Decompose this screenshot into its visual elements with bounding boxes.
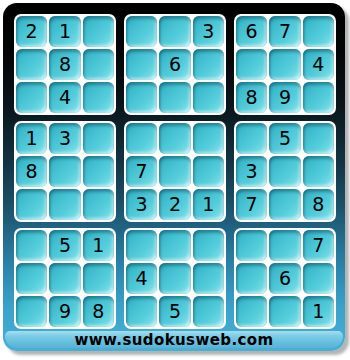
sudoku-cell[interactable] [126, 123, 157, 154]
sudoku-cell[interactable] [193, 82, 224, 113]
cell-digit: 1 [92, 236, 104, 255]
sudoku-cell[interactable]: 5 [159, 296, 190, 327]
sudoku-cell[interactable]: 1 [193, 189, 224, 220]
sudoku-cell[interactable] [303, 156, 334, 187]
sudoku-cell[interactable]: 8 [16, 156, 47, 187]
cell-digit: 5 [59, 236, 71, 255]
cell-digit: 7 [136, 162, 148, 181]
sudoku-cell[interactable] [236, 49, 267, 80]
cell-digit: 3 [59, 129, 71, 148]
sudoku-cell[interactable] [126, 16, 157, 47]
sudoku-cell[interactable] [193, 230, 224, 261]
cell-digit: 8 [59, 55, 71, 74]
cell-digit: 4 [59, 88, 71, 107]
sudoku-cell[interactable]: 4 [126, 263, 157, 294]
sudoku-cell[interactable] [193, 296, 224, 327]
sudoku-cell[interactable] [269, 156, 300, 187]
sudoku-cell[interactable] [303, 123, 334, 154]
sudoku-box: 2184 [14, 14, 116, 115]
sudoku-cell[interactable]: 7 [126, 156, 157, 187]
sudoku-cell[interactable] [269, 49, 300, 80]
sudoku-box: 7321 [124, 121, 226, 222]
sudoku-cell[interactable]: 2 [16, 16, 47, 47]
sudoku-cell[interactable]: 3 [236, 156, 267, 187]
sudoku-box: 67489 [234, 14, 336, 115]
sudoku-cell[interactable] [236, 296, 267, 327]
cell-digit: 8 [92, 302, 104, 321]
sudoku-cell[interactable] [193, 263, 224, 294]
sudoku-cell[interactable] [126, 296, 157, 327]
sudoku-cell[interactable]: 9 [269, 82, 300, 113]
sudoku-cell[interactable] [16, 49, 47, 80]
sudoku-cell[interactable]: 8 [83, 296, 114, 327]
sudoku-cell[interactable] [49, 263, 80, 294]
sudoku-cell[interactable]: 1 [83, 230, 114, 261]
sudoku-cell[interactable]: 1 [49, 16, 80, 47]
sudoku-cell[interactable]: 1 [303, 296, 334, 327]
sudoku-cell[interactable]: 6 [269, 263, 300, 294]
sudoku-cell[interactable] [303, 263, 334, 294]
sudoku-cell[interactable] [236, 230, 267, 261]
sudoku-cell[interactable] [159, 230, 190, 261]
sudoku-box: 761 [234, 228, 336, 329]
sudoku-cell[interactable] [83, 189, 114, 220]
sudoku-cell[interactable] [49, 189, 80, 220]
sudoku-cell[interactable]: 7 [269, 16, 300, 47]
sudoku-cell[interactable]: 6 [159, 49, 190, 80]
sudoku-cell[interactable] [16, 263, 47, 294]
sudoku-cell[interactable]: 3 [193, 16, 224, 47]
sudoku-cell[interactable] [83, 156, 114, 187]
sudoku-box: 5378 [234, 121, 336, 222]
cell-digit: 4 [136, 269, 148, 288]
sudoku-board: 2184366748913873215378519845761 [14, 14, 336, 329]
sudoku-cell[interactable] [269, 296, 300, 327]
cell-digit: 3 [246, 162, 258, 181]
sudoku-cell[interactable] [16, 296, 47, 327]
cell-digit: 6 [246, 22, 258, 41]
sudoku-cell[interactable] [83, 82, 114, 113]
sudoku-cell[interactable] [16, 82, 47, 113]
sudoku-cell[interactable] [236, 263, 267, 294]
cell-digit: 5 [279, 129, 291, 148]
sudoku-cell[interactable]: 4 [49, 82, 80, 113]
sudoku-cell[interactable]: 6 [236, 16, 267, 47]
cell-digit: 3 [202, 22, 214, 41]
cell-digit: 9 [279, 88, 291, 107]
cell-digit: 2 [169, 195, 181, 214]
sudoku-cell[interactable] [159, 156, 190, 187]
cell-digit: 7 [246, 195, 258, 214]
cell-digit: 8 [312, 195, 324, 214]
sudoku-box: 5198 [14, 228, 116, 329]
sudoku-cell[interactable] [269, 230, 300, 261]
sudoku-cell[interactable]: 3 [126, 189, 157, 220]
board-frame: 2184366748913873215378519845761 www.sudo… [3, 3, 345, 351]
sudoku-cell[interactable] [159, 123, 190, 154]
cell-digit: 8 [26, 162, 38, 181]
sudoku-cell[interactable] [193, 156, 224, 187]
sudoku-cell[interactable] [16, 189, 47, 220]
sudoku-cell[interactable]: 7 [236, 189, 267, 220]
sudoku-cell[interactable]: 8 [236, 82, 267, 113]
sudoku-cell[interactable]: 8 [303, 189, 334, 220]
footer-band: www.sudokusweb.com [5, 331, 343, 348]
cell-digit: 8 [246, 88, 258, 107]
sudoku-box: 36 [124, 14, 226, 115]
sudoku-box: 138 [14, 121, 116, 222]
cell-digit: 5 [169, 302, 181, 321]
sudoku-cell[interactable]: 9 [49, 296, 80, 327]
cell-digit: 7 [312, 236, 324, 255]
sudoku-cell[interactable] [159, 263, 190, 294]
sudoku-cell[interactable] [159, 16, 190, 47]
sudoku-cell[interactable] [83, 263, 114, 294]
sudoku-cell[interactable] [236, 123, 267, 154]
cell-digit: 9 [59, 302, 71, 321]
sudoku-cell[interactable]: 2 [159, 189, 190, 220]
sudoku-cell[interactable]: 8 [49, 49, 80, 80]
cell-digit: 7 [279, 22, 291, 41]
cell-digit: 1 [202, 195, 214, 214]
sudoku-cell[interactable] [16, 230, 47, 261]
sudoku-cell[interactable] [193, 123, 224, 154]
sudoku-cell[interactable] [126, 49, 157, 80]
sudoku-cell[interactable] [193, 49, 224, 80]
sudoku-cell[interactable] [126, 230, 157, 261]
sudoku-cell[interactable] [126, 82, 157, 113]
sudoku-box: 45 [124, 228, 226, 329]
sudoku-cell[interactable] [49, 156, 80, 187]
sudoku-cell[interactable]: 3 [49, 123, 80, 154]
sudoku-cell[interactable] [269, 189, 300, 220]
sudoku-cell[interactable] [83, 123, 114, 154]
sudoku-cell[interactable] [303, 82, 334, 113]
sudoku-cell[interactable]: 1 [16, 123, 47, 154]
sudoku-cell[interactable]: 4 [303, 49, 334, 80]
sudoku-cell[interactable] [159, 82, 190, 113]
sudoku-cell[interactable]: 5 [269, 123, 300, 154]
sudoku-cell[interactable] [83, 16, 114, 47]
cell-digit: 3 [136, 195, 148, 214]
site-url[interactable]: www.sudokusweb.com [74, 331, 273, 349]
cell-digit: 2 [26, 22, 38, 41]
cell-digit: 1 [26, 129, 38, 148]
sudoku-cell[interactable] [303, 16, 334, 47]
cell-digit: 1 [59, 22, 71, 41]
cell-digit: 1 [312, 302, 324, 321]
cell-digit: 6 [279, 269, 291, 288]
page-background: 2184366748913873215378519845761 www.sudo… [0, 0, 350, 360]
sudoku-cell[interactable]: 5 [49, 230, 80, 261]
sudoku-cell[interactable] [83, 49, 114, 80]
sudoku-cell[interactable]: 7 [303, 230, 334, 261]
cell-digit: 4 [312, 55, 324, 74]
cell-digit: 6 [169, 55, 181, 74]
